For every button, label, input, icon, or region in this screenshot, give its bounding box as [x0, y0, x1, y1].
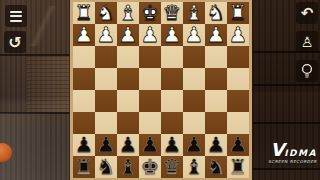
square[interactable]: ♛ — [161, 2, 183, 24]
left-wood-panel — [0, 0, 71, 180]
square[interactable]: ♟ — [139, 24, 161, 46]
square[interactable] — [205, 46, 227, 68]
square[interactable]: ♟ — [73, 24, 95, 46]
chess-app-screen: ♜♞♝♚♛♝♞♜♟♟♟♟♟♟♟♟♟♟♟♟♟♟♟♟♜♞♝♚♛♝♞♜ ↺ ↶ ♙ V… — [0, 0, 320, 180]
undo-arrow-icon: ↶ — [301, 4, 314, 22]
square[interactable] — [139, 46, 161, 68]
square[interactable]: ♞ — [205, 2, 227, 24]
watermark-brand-initial: V — [270, 141, 284, 159]
square[interactable] — [161, 90, 183, 112]
square[interactable]: ♟ — [183, 24, 205, 46]
white-rook[interactable]: ♜ — [75, 2, 94, 24]
black-pawn[interactable]: ♟ — [75, 134, 94, 156]
white-pawn[interactable]: ♟ — [185, 24, 204, 46]
square[interactable]: ♟ — [205, 134, 227, 156]
square[interactable]: ♝ — [117, 156, 139, 178]
square[interactable] — [183, 46, 205, 68]
white-knight[interactable]: ♞ — [207, 2, 226, 24]
square[interactable] — [161, 112, 183, 134]
hint-button[interactable] — [296, 60, 318, 82]
white-pawn[interactable]: ♟ — [207, 24, 226, 46]
square[interactable] — [73, 112, 95, 134]
square[interactable] — [73, 90, 95, 112]
square[interactable]: ♟ — [161, 134, 183, 156]
white-pawn[interactable]: ♟ — [229, 24, 248, 46]
square[interactable] — [205, 90, 227, 112]
pawn-icon: ♙ — [301, 34, 314, 50]
square[interactable] — [183, 112, 205, 134]
chess-board: ♜♞♝♚♛♝♞♜♟♟♟♟♟♟♟♟♟♟♟♟♟♟♟♟♜♞♝♚♛♝♞♜ — [70, 0, 252, 180]
square[interactable]: ♜ — [227, 2, 249, 24]
square[interactable]: ♟ — [95, 134, 117, 156]
square[interactable]: ♜ — [73, 156, 95, 178]
white-rook[interactable]: ♜ — [229, 2, 248, 24]
white-king[interactable]: ♚ — [141, 2, 160, 24]
square[interactable] — [95, 46, 117, 68]
black-rook[interactable]: ♜ — [75, 156, 94, 178]
square[interactable] — [139, 68, 161, 90]
square[interactable] — [205, 68, 227, 90]
black-king[interactable]: ♚ — [141, 156, 160, 178]
square[interactable]: ♞ — [95, 2, 117, 24]
black-pawn[interactable]: ♟ — [141, 134, 160, 156]
watermark-subtitle: SCREEN RECORDER — [268, 160, 317, 164]
square[interactable]: ♚ — [139, 156, 161, 178]
hamburger-icon — [10, 11, 22, 22]
white-bishop[interactable]: ♝ — [185, 2, 204, 24]
square[interactable]: ♟ — [161, 24, 183, 46]
square[interactable]: ♟ — [117, 134, 139, 156]
square[interactable]: ♝ — [117, 2, 139, 24]
square[interactable] — [183, 68, 205, 90]
square[interactable] — [139, 90, 161, 112]
white-pawn[interactable]: ♟ — [97, 24, 116, 46]
black-pawn[interactable]: ♟ — [229, 134, 248, 156]
white-pawn[interactable]: ♟ — [141, 24, 160, 46]
black-bishop[interactable]: ♝ — [119, 156, 138, 178]
white-bishop[interactable]: ♝ — [119, 2, 138, 24]
white-pawn[interactable]: ♟ — [163, 24, 182, 46]
square[interactable] — [205, 112, 227, 134]
black-knight[interactable]: ♞ — [207, 156, 226, 178]
square[interactable]: ♟ — [205, 24, 227, 46]
square[interactable]: ♛ — [161, 156, 183, 178]
menu-button[interactable] — [5, 5, 27, 27]
square[interactable] — [227, 112, 249, 134]
square[interactable] — [161, 68, 183, 90]
square[interactable] — [95, 112, 117, 134]
square[interactable] — [73, 68, 95, 90]
square[interactable] — [227, 46, 249, 68]
square[interactable] — [117, 68, 139, 90]
wood-scribble-patch — [26, 56, 71, 112]
square[interactable]: ♟ — [117, 24, 139, 46]
lightbulb-icon — [300, 63, 314, 79]
square[interactable] — [227, 90, 249, 112]
chess-board-grid: ♜♞♝♚♛♝♞♜♟♟♟♟♟♟♟♟♟♟♟♟♟♟♟♟♜♞♝♚♛♝♞♜ — [73, 2, 249, 178]
square[interactable]: ♝ — [183, 156, 205, 178]
plank-seam — [252, 168, 320, 170]
square[interactable]: ♜ — [227, 156, 249, 178]
square[interactable]: ♝ — [183, 2, 205, 24]
black-bishop[interactable]: ♝ — [185, 156, 204, 178]
white-pawn[interactable]: ♟ — [119, 24, 138, 46]
square[interactable]: ♟ — [139, 134, 161, 156]
square[interactable] — [183, 90, 205, 112]
square[interactable] — [95, 90, 117, 112]
black-pawn[interactable]: ♟ — [97, 134, 116, 156]
white-pawn[interactable]: ♟ — [75, 24, 94, 46]
screen-recorder-watermark: VIDMA SCREEN RECORDER — [268, 141, 317, 164]
black-queen[interactable]: ♛ — [163, 156, 182, 178]
black-pawn[interactable]: ♟ — [207, 134, 226, 156]
square[interactable] — [117, 112, 139, 134]
square[interactable] — [161, 46, 183, 68]
undo-button[interactable]: ↶ — [296, 2, 318, 24]
square[interactable] — [95, 68, 117, 90]
square[interactable]: ♞ — [95, 156, 117, 178]
square[interactable]: ♟ — [227, 134, 249, 156]
square[interactable]: ♞ — [205, 156, 227, 178]
black-pawn[interactable]: ♟ — [185, 134, 204, 156]
square[interactable]: ♟ — [95, 24, 117, 46]
white-knight[interactable]: ♞ — [97, 2, 116, 24]
square[interactable]: ♟ — [183, 134, 205, 156]
rotate-icon: ↺ — [8, 33, 21, 52]
rotate-board-button[interactable]: ↺ — [4, 31, 26, 53]
piece-set-button[interactable]: ♙ — [296, 31, 318, 53]
square[interactable] — [117, 90, 139, 112]
black-pawn[interactable]: ♟ — [163, 134, 182, 156]
square[interactable]: ♟ — [73, 134, 95, 156]
black-knight[interactable]: ♞ — [97, 156, 116, 178]
square[interactable] — [73, 46, 95, 68]
square[interactable] — [117, 46, 139, 68]
white-queen[interactable]: ♛ — [163, 2, 182, 24]
square[interactable]: ♟ — [227, 24, 249, 46]
watermark-brand-rest: IDMA — [284, 149, 317, 158]
black-rook[interactable]: ♜ — [229, 156, 248, 178]
square[interactable] — [139, 112, 161, 134]
square[interactable] — [227, 68, 249, 90]
square[interactable]: ♚ — [139, 2, 161, 24]
plank-seam — [252, 84, 320, 86]
plank-seam — [252, 122, 320, 124]
black-pawn[interactable]: ♟ — [119, 134, 138, 156]
square[interactable]: ♜ — [73, 2, 95, 24]
